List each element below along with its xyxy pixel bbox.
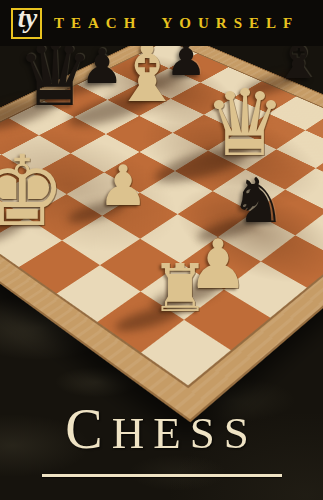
white-bishop-shadow xyxy=(66,88,152,131)
title-rule xyxy=(42,474,282,477)
white-rook-shadow xyxy=(113,301,184,337)
black-knight-shadow xyxy=(195,212,262,245)
ty-logo: ty xyxy=(11,8,42,39)
piece-white-bishop: ♝ xyxy=(111,46,183,114)
brand-title: TEACH YOURSELF xyxy=(54,15,299,32)
piece-black-pawn-a: ♟ xyxy=(80,46,123,90)
ty-logo-text: ty xyxy=(14,2,41,36)
white-king-shadow xyxy=(0,209,28,262)
black-queen-shadow xyxy=(0,91,61,137)
cover-photo: ♟♝♟♝♛♛♟♞♚♟♜ CHESS xyxy=(0,46,323,500)
white-pawn-b-shadow xyxy=(149,277,222,314)
book-title: CHESS xyxy=(0,402,323,461)
white-pawn-a-shadow xyxy=(66,196,127,226)
black-pawn-b-shadow xyxy=(139,67,189,92)
piece-white-queen: ♛ xyxy=(204,78,286,170)
white-queen-shadow xyxy=(152,141,251,191)
title-block: CHESS xyxy=(0,402,323,477)
piece-black-knight: ♞ xyxy=(230,170,286,232)
book-cover: ty TEACH YOURSELF ♟♝♟♝♛♛♟♞♚♟♜ CHESS xyxy=(0,0,323,500)
piece-white-pawn-a: ♟ xyxy=(98,158,148,214)
black-pawn-a-shadow xyxy=(53,75,105,101)
black-bishop-shadow xyxy=(241,69,302,99)
piece-white-king: ♚ xyxy=(0,142,66,240)
header-bar: ty TEACH YOURSELF xyxy=(0,0,323,46)
piece-white-rook: ♜ xyxy=(150,256,209,322)
piece-black-bishop: ♝ xyxy=(273,46,323,87)
piece-black-pawn-b: ♟ xyxy=(165,46,206,82)
piece-black-queen: ♛ xyxy=(16,46,93,118)
piece-white-pawn-b: ♟ xyxy=(188,231,249,299)
